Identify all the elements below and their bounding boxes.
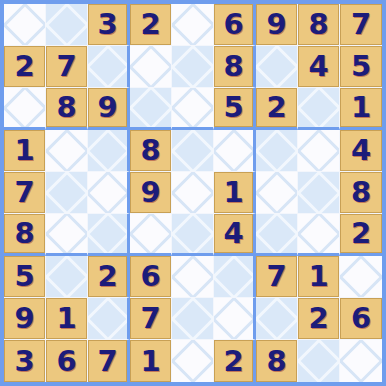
diamond-icon: [256, 46, 298, 88]
given-digit: 6: [223, 10, 243, 39]
cell-r5c2[interactable]: [46, 172, 88, 214]
diamond-icon: [340, 256, 382, 298]
given-digit: 9: [266, 10, 286, 39]
diamond-icon: [130, 46, 172, 88]
diamond-icon: [88, 46, 130, 88]
given-digit: 2: [351, 219, 371, 248]
cell-r9c6[interactable]: 2: [214, 340, 256, 382]
cell-r7c2[interactable]: [46, 256, 88, 298]
cell-r4c5[interactable]: [172, 130, 214, 172]
given-digit: 8: [266, 347, 286, 376]
cell-r5c4[interactable]: 9: [130, 172, 172, 214]
diamond-icon: [46, 256, 88, 298]
diamond-icon: [130, 214, 172, 256]
cell-r7c6[interactable]: [214, 256, 256, 298]
cell-r8c2[interactable]: 1: [46, 298, 88, 340]
diamond-icon: [298, 214, 340, 256]
cell-r2c8[interactable]: 4: [298, 46, 340, 88]
diamond-icon: [256, 172, 298, 214]
diamond-icon: [256, 130, 298, 172]
diamond-icon: [172, 130, 214, 172]
cell-r3c5[interactable]: [172, 88, 214, 130]
given-digit: 6: [56, 347, 76, 376]
cell-r7c1[interactable]: 5: [4, 256, 46, 298]
cell-r8c4[interactable]: 7: [130, 298, 172, 340]
cell-r6c4[interactable]: [130, 214, 172, 256]
cell-r8c7[interactable]: [256, 298, 298, 340]
given-digit: 4: [223, 219, 243, 248]
cell-r2c1[interactable]: 2: [4, 46, 46, 88]
given-digit: 2: [97, 262, 117, 291]
cell-r6c1[interactable]: 8: [4, 214, 46, 256]
given-digit: 5: [223, 93, 243, 122]
diamond-icon: [298, 88, 340, 130]
cell-r8c8[interactable]: 2: [298, 298, 340, 340]
given-digit: 1: [351, 93, 371, 122]
cell-r4c4[interactable]: 8: [130, 130, 172, 172]
diamond-icon: [214, 298, 256, 340]
cell-r5c3[interactable]: [88, 172, 130, 214]
cell-r8c5[interactable]: [172, 298, 214, 340]
diamond-icon: [298, 172, 340, 214]
diamond-icon: [130, 88, 172, 130]
diamond-icon: [172, 340, 214, 382]
cell-r5c7[interactable]: [256, 172, 298, 214]
cell-r6c6[interactable]: 4: [214, 214, 256, 256]
cell-r8c9[interactable]: 6: [340, 298, 382, 340]
cell-r9c4[interactable]: 1: [130, 340, 172, 382]
cell-r6c9[interactable]: 2: [340, 214, 382, 256]
cell-r9c8[interactable]: [298, 340, 340, 382]
cell-r3c8[interactable]: [298, 88, 340, 130]
given-digit: 5: [14, 262, 34, 291]
given-digit: 2: [140, 10, 160, 39]
diamond-icon: [214, 256, 256, 298]
given-digit: 6: [140, 262, 160, 291]
diamond-icon: [4, 88, 46, 130]
diamond-icon: [46, 4, 88, 46]
cell-r2c4[interactable]: [130, 46, 172, 88]
diamond-icon: [340, 340, 382, 382]
given-digit: 7: [266, 262, 286, 291]
diamond-icon: [172, 88, 214, 130]
diamond-icon: [88, 172, 130, 214]
cell-r4c6[interactable]: [214, 130, 256, 172]
cell-r1c4[interactable]: 2: [130, 4, 172, 46]
given-digit: 3: [97, 10, 117, 39]
cell-r1c5[interactable]: [172, 4, 214, 46]
cell-r7c9[interactable]: [340, 256, 382, 298]
diamond-icon: [172, 172, 214, 214]
cell-r9c2[interactable]: 6: [46, 340, 88, 382]
cell-r1c7[interactable]: 9: [256, 4, 298, 46]
diamond-icon: [256, 298, 298, 340]
given-digit: 1: [56, 304, 76, 333]
diamond-icon: [88, 298, 130, 340]
cell-r1c2[interactable]: [46, 4, 88, 46]
cell-r4c7[interactable]: [256, 130, 298, 172]
cell-r1c6[interactable]: 6: [214, 4, 256, 46]
cell-r5c9[interactable]: 8: [340, 172, 382, 214]
cell-r6c2[interactable]: [46, 214, 88, 256]
given-digit: 8: [223, 52, 243, 81]
diamond-icon: [298, 340, 340, 382]
cell-r8c1[interactable]: 9: [4, 298, 46, 340]
given-digit: 1: [223, 178, 243, 207]
cell-r7c3[interactable]: 2: [88, 256, 130, 298]
diamond-icon: [298, 130, 340, 172]
given-digit: 7: [14, 178, 34, 207]
cell-r3c9[interactable]: 1: [340, 88, 382, 130]
cell-r3c6[interactable]: 5: [214, 88, 256, 130]
cell-r4c1[interactable]: 1: [4, 130, 46, 172]
cell-r5c1[interactable]: 7: [4, 172, 46, 214]
cell-r9c3[interactable]: 7: [88, 340, 130, 382]
cell-r4c2[interactable]: [46, 130, 88, 172]
given-digit: 4: [308, 52, 328, 81]
cell-r1c3[interactable]: 3: [88, 4, 130, 46]
cell-r4c8[interactable]: [298, 130, 340, 172]
cell-r6c8[interactable]: [298, 214, 340, 256]
given-digit: 8: [140, 136, 160, 165]
given-digit: 7: [140, 304, 160, 333]
diamond-icon: [46, 130, 88, 172]
cell-r9c5[interactable]: [172, 340, 214, 382]
cell-r6c7[interactable]: [256, 214, 298, 256]
cell-r8c6[interactable]: [214, 298, 256, 340]
cell-r9c1[interactable]: 3: [4, 340, 46, 382]
given-digit: 4: [351, 136, 371, 165]
cell-r3c2[interactable]: 8: [46, 88, 88, 130]
cell-r3c4[interactable]: [130, 88, 172, 130]
given-digit: 3: [14, 347, 34, 376]
diamond-icon: [172, 46, 214, 88]
cell-r2c7[interactable]: [256, 46, 298, 88]
given-digit: 2: [223, 347, 243, 376]
cell-r5c5[interactable]: [172, 172, 214, 214]
cell-r1c8[interactable]: 8: [298, 4, 340, 46]
cell-r2c2[interactable]: 7: [46, 46, 88, 88]
given-digit: 6: [351, 304, 371, 333]
given-digit: 7: [56, 52, 76, 81]
given-digit: 2: [14, 52, 34, 81]
cell-r3c3[interactable]: 9: [88, 88, 130, 130]
diamond-icon: [172, 214, 214, 256]
cell-r6c5[interactable]: [172, 214, 214, 256]
cell-r7c4[interactable]: 6: [130, 256, 172, 298]
given-digit: 2: [308, 304, 328, 333]
cell-r7c5[interactable]: [172, 256, 214, 298]
given-digit: 8: [351, 178, 371, 207]
diamond-icon: [172, 298, 214, 340]
diamond-icon: [172, 256, 214, 298]
diamond-icon: [46, 214, 88, 256]
cell-r5c6[interactable]: 1: [214, 172, 256, 214]
given-digit: 9: [14, 304, 34, 333]
cell-r4c9[interactable]: 4: [340, 130, 382, 172]
cell-r1c1[interactable]: [4, 4, 46, 46]
cell-r3c7[interactable]: 2: [256, 88, 298, 130]
diamond-icon: [172, 4, 214, 46]
cell-r1c9[interactable]: 7: [340, 4, 382, 46]
cell-r2c9[interactable]: 5: [340, 46, 382, 88]
given-digit: 7: [97, 347, 117, 376]
cell-r2c3[interactable]: [88, 46, 130, 88]
given-digit: 8: [308, 10, 328, 39]
given-digit: 1: [308, 262, 328, 291]
cell-r3c1[interactable]: [4, 88, 46, 130]
given-digit: 9: [140, 178, 160, 207]
diamond-icon: [214, 130, 256, 172]
cell-r2c5[interactable]: [172, 46, 214, 88]
given-digit: 1: [140, 347, 160, 376]
diamond-icon: [46, 172, 88, 214]
cell-r8c3[interactable]: [88, 298, 130, 340]
cell-r2c6[interactable]: 8: [214, 46, 256, 88]
given-digit: 5: [351, 52, 371, 81]
diamond-icon: [256, 214, 298, 256]
cell-r9c7[interactable]: 8: [256, 340, 298, 382]
diamond-icon: [88, 130, 130, 172]
cell-r6c3[interactable]: [88, 214, 130, 256]
cell-r5c8[interactable]: [298, 172, 340, 214]
cell-r7c7[interactable]: 7: [256, 256, 298, 298]
given-digit: 8: [56, 93, 76, 122]
given-digit: 9: [97, 93, 117, 122]
cell-r4c3[interactable]: [88, 130, 130, 172]
given-digit: 1: [14, 136, 34, 165]
given-digit: 2: [266, 93, 286, 122]
sudoku-board: 3269872784589521184791884252671917263671…: [0, 0, 386, 386]
diamond-icon: [4, 4, 46, 46]
given-digit: 8: [14, 219, 34, 248]
given-digit: 7: [351, 10, 371, 39]
cell-r9c9[interactable]: [340, 340, 382, 382]
diamond-icon: [88, 214, 130, 256]
cell-r7c8[interactable]: 1: [298, 256, 340, 298]
